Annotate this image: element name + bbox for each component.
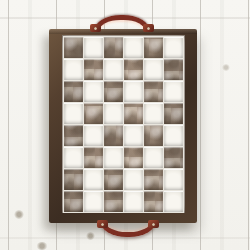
board-cell-r8c3-tan — [104, 191, 123, 212]
board-cell-r1c5-tan — [144, 37, 163, 58]
board-cell-r1c6-white — [164, 37, 183, 58]
board-cell-r8c4-white — [124, 191, 143, 212]
board-cell-r5c3-tan — [104, 125, 123, 146]
board-cell-r6c6-tan — [164, 147, 183, 168]
board-cell-r2c1-white — [64, 59, 83, 80]
board-cell-r2c5-white — [144, 59, 163, 80]
bottom-leather-handle — [97, 220, 159, 238]
top-leather-handle — [90, 14, 154, 32]
board-cell-r4c4-tan — [124, 103, 143, 124]
board-cell-r7c2-white — [84, 169, 103, 190]
board-cell-r4c6-tan — [164, 103, 183, 124]
board-cell-r1c1-tan — [64, 37, 83, 58]
board-cell-r2c4-tan — [124, 59, 143, 80]
wood-knot — [14, 210, 24, 219]
top-handle-left-tab — [90, 24, 101, 32]
board-cell-r5c5-tan — [144, 125, 163, 146]
board-cell-r1c3-tan — [104, 37, 123, 58]
board-cell-r2c2-tan — [84, 59, 103, 80]
board-cell-r1c4-white — [124, 37, 143, 58]
board-cell-r4c3-white — [104, 103, 123, 124]
screw-icon — [94, 27, 97, 30]
board-cell-r6c2-tan — [84, 147, 103, 168]
board-cell-r5c4-white — [124, 125, 143, 146]
board-cell-r2c3-white — [104, 59, 123, 80]
screw-icon — [147, 27, 150, 30]
board-cell-r8c5-tan — [144, 191, 163, 212]
board-cell-r3c1-tan — [64, 81, 83, 102]
board-cell-r8c1-tan — [64, 191, 83, 212]
board-cell-r7c5-tan — [144, 169, 163, 190]
board-cell-r6c3-white — [104, 147, 123, 168]
board-cell-r8c2-white — [84, 191, 103, 212]
top-handle-strap — [94, 15, 150, 31]
wood-knot — [222, 64, 230, 71]
board-cell-r4c1-white — [64, 103, 83, 124]
checkerboard — [63, 36, 184, 213]
screw-icon — [101, 223, 104, 226]
wood-knot — [36, 242, 48, 250]
board-cell-r6c1-white — [64, 147, 83, 168]
board-cell-r2c6-tan — [164, 59, 183, 80]
board-cell-r7c6-white — [164, 169, 183, 190]
board-cell-r6c4-tan — [124, 147, 143, 168]
screw-icon — [152, 223, 155, 226]
board-cell-r4c5-white — [144, 103, 163, 124]
board-cell-r8c6-white — [164, 191, 183, 212]
board-cell-r6c5-white — [144, 147, 163, 168]
tray-floor — [62, 35, 185, 213]
board-cell-r7c3-tan — [104, 169, 123, 190]
board-cell-r5c2-white — [84, 125, 103, 146]
wooden-tray — [49, 29, 197, 223]
board-cell-r5c1-tan — [64, 125, 83, 146]
bottom-handle-right-tab — [148, 220, 159, 228]
board-cell-r3c3-tan — [104, 81, 123, 102]
board-cell-r3c5-tan — [144, 81, 163, 102]
top-handle-right-tab — [143, 24, 154, 32]
board-cell-r5c6-white — [164, 125, 183, 146]
bottom-handle-left-tab — [97, 220, 108, 228]
board-cell-r3c2-white — [84, 81, 103, 102]
board-cell-r7c4-white — [124, 169, 143, 190]
wood-knot — [86, 232, 95, 240]
board-cell-r4c2-tan — [84, 103, 103, 124]
board-cell-r7c1-tan — [64, 169, 83, 190]
board-cell-r3c4-white — [124, 81, 143, 102]
board-cell-r1c2-white — [84, 37, 103, 58]
board-cell-r3c6-white — [164, 81, 183, 102]
